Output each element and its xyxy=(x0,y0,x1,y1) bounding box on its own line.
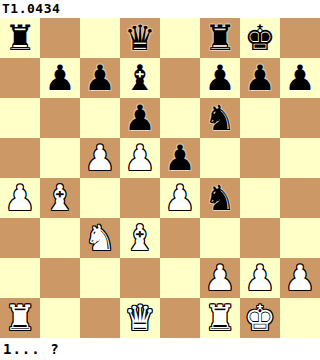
piece-black-rook: ♜ xyxy=(0,18,40,58)
square-e8[interactable] xyxy=(160,18,200,58)
piece-white-rook: ♜ xyxy=(200,298,240,338)
square-g5[interactable] xyxy=(240,138,280,178)
square-d4[interactable] xyxy=(120,178,160,218)
square-e5[interactable]: ♟ xyxy=(160,138,200,178)
square-e1[interactable] xyxy=(160,298,200,338)
square-c8[interactable] xyxy=(80,18,120,58)
piece-black-pawn: ♟ xyxy=(120,98,160,138)
square-b7[interactable]: ♟ xyxy=(40,58,80,98)
square-a1[interactable]: ♜ xyxy=(0,298,40,338)
square-b6[interactable] xyxy=(40,98,80,138)
square-h7[interactable]: ♟ xyxy=(280,58,320,98)
piece-white-rook: ♜ xyxy=(0,298,40,338)
square-h3[interactable] xyxy=(280,218,320,258)
piece-black-knight: ♞ xyxy=(200,178,240,218)
square-b4[interactable]: ♝ xyxy=(40,178,80,218)
piece-black-knight: ♞ xyxy=(200,98,240,138)
piece-black-pawn: ♟ xyxy=(160,138,200,178)
piece-white-bishop: ♝ xyxy=(120,218,160,258)
chess-board: ♜♛♜♚♟♟♝♟♟♟♟♞♟♟♟♟♝♟♞♞♝♟♟♟♜♛♜♚ xyxy=(0,18,320,338)
piece-black-queen: ♛ xyxy=(120,18,160,58)
puzzle-id: T1.0434 xyxy=(0,0,320,18)
square-d8[interactable]: ♛ xyxy=(120,18,160,58)
square-b2[interactable] xyxy=(40,258,80,298)
square-h8[interactable] xyxy=(280,18,320,58)
piece-black-pawn: ♟ xyxy=(200,58,240,98)
square-b8[interactable] xyxy=(40,18,80,58)
square-a4[interactable]: ♟ xyxy=(0,178,40,218)
square-g3[interactable] xyxy=(240,218,280,258)
piece-white-pawn: ♟ xyxy=(80,138,120,178)
square-g4[interactable] xyxy=(240,178,280,218)
square-f5[interactable] xyxy=(200,138,240,178)
square-g2[interactable]: ♟ xyxy=(240,258,280,298)
piece-white-pawn: ♟ xyxy=(0,178,40,218)
piece-white-queen: ♛ xyxy=(120,298,160,338)
square-a5[interactable] xyxy=(0,138,40,178)
square-c2[interactable] xyxy=(80,258,120,298)
square-a2[interactable] xyxy=(0,258,40,298)
square-h2[interactable]: ♟ xyxy=(280,258,320,298)
square-h1[interactable] xyxy=(280,298,320,338)
move-prompt: 1... ? xyxy=(0,338,320,360)
square-g8[interactable]: ♚ xyxy=(240,18,280,58)
square-f7[interactable]: ♟ xyxy=(200,58,240,98)
square-d5[interactable]: ♟ xyxy=(120,138,160,178)
square-g1[interactable]: ♚ xyxy=(240,298,280,338)
piece-black-rook: ♜ xyxy=(200,18,240,58)
square-h5[interactable] xyxy=(280,138,320,178)
piece-white-pawn: ♟ xyxy=(240,258,280,298)
square-a3[interactable] xyxy=(0,218,40,258)
square-f4[interactable]: ♞ xyxy=(200,178,240,218)
square-c7[interactable]: ♟ xyxy=(80,58,120,98)
square-f6[interactable]: ♞ xyxy=(200,98,240,138)
square-c4[interactable] xyxy=(80,178,120,218)
square-h4[interactable] xyxy=(280,178,320,218)
square-b5[interactable] xyxy=(40,138,80,178)
square-c6[interactable] xyxy=(80,98,120,138)
square-b1[interactable] xyxy=(40,298,80,338)
square-d1[interactable]: ♛ xyxy=(120,298,160,338)
piece-black-bishop: ♝ xyxy=(120,58,160,98)
square-e4[interactable]: ♟ xyxy=(160,178,200,218)
square-a7[interactable] xyxy=(0,58,40,98)
square-h6[interactable] xyxy=(280,98,320,138)
square-c5[interactable]: ♟ xyxy=(80,138,120,178)
square-f3[interactable] xyxy=(200,218,240,258)
square-f1[interactable]: ♜ xyxy=(200,298,240,338)
piece-black-pawn: ♟ xyxy=(280,58,320,98)
piece-white-king: ♚ xyxy=(240,298,280,338)
piece-black-pawn: ♟ xyxy=(40,58,80,98)
square-b3[interactable] xyxy=(40,218,80,258)
square-c3[interactable]: ♞ xyxy=(80,218,120,258)
piece-white-pawn: ♟ xyxy=(280,258,320,298)
square-e3[interactable] xyxy=(160,218,200,258)
piece-white-pawn: ♟ xyxy=(200,258,240,298)
square-f8[interactable]: ♜ xyxy=(200,18,240,58)
square-g7[interactable]: ♟ xyxy=(240,58,280,98)
piece-black-pawn: ♟ xyxy=(240,58,280,98)
piece-white-pawn: ♟ xyxy=(160,178,200,218)
square-g6[interactable] xyxy=(240,98,280,138)
piece-white-pawn: ♟ xyxy=(120,138,160,178)
piece-black-pawn: ♟ xyxy=(80,58,120,98)
piece-white-bishop: ♝ xyxy=(40,178,80,218)
square-a8[interactable]: ♜ xyxy=(0,18,40,58)
square-d2[interactable] xyxy=(120,258,160,298)
square-e7[interactable] xyxy=(160,58,200,98)
square-e6[interactable] xyxy=(160,98,200,138)
square-a6[interactable] xyxy=(0,98,40,138)
square-d7[interactable]: ♝ xyxy=(120,58,160,98)
square-f2[interactable]: ♟ xyxy=(200,258,240,298)
square-c1[interactable] xyxy=(80,298,120,338)
piece-white-knight: ♞ xyxy=(80,218,120,258)
square-e2[interactable] xyxy=(160,258,200,298)
square-d3[interactable]: ♝ xyxy=(120,218,160,258)
square-d6[interactable]: ♟ xyxy=(120,98,160,138)
piece-black-king: ♚ xyxy=(240,18,280,58)
tactics-trainer-window: T1.0434 ♜♛♜♚♟♟♝♟♟♟♟♞♟♟♟♟♝♟♞♞♝♟♟♟♜♛♜♚ 1..… xyxy=(0,0,320,360)
